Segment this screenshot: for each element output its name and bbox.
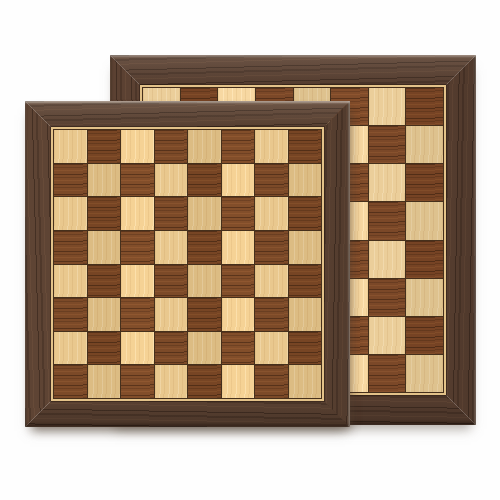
front-board-frame-top bbox=[25, 101, 350, 129]
board-square bbox=[188, 265, 221, 298]
board-square bbox=[155, 231, 188, 264]
board-square bbox=[289, 265, 322, 298]
board-square bbox=[54, 164, 87, 197]
board-square bbox=[88, 298, 121, 331]
front-board-playfield bbox=[51, 127, 324, 401]
board-square bbox=[222, 298, 255, 331]
board-square bbox=[369, 279, 406, 316]
board-square bbox=[406, 88, 443, 125]
board-square bbox=[54, 265, 87, 298]
front-board-frame-left bbox=[25, 101, 53, 427]
board-square bbox=[255, 130, 288, 163]
board-square bbox=[406, 164, 443, 201]
board-square bbox=[255, 197, 288, 230]
board-square bbox=[155, 164, 188, 197]
board-square bbox=[222, 265, 255, 298]
board-square bbox=[369, 355, 406, 392]
board-square bbox=[369, 164, 406, 201]
board-square bbox=[88, 265, 121, 298]
board-square bbox=[188, 164, 221, 197]
board-square bbox=[54, 298, 87, 331]
board-square bbox=[121, 332, 154, 365]
board-square bbox=[188, 365, 221, 398]
board-square bbox=[222, 197, 255, 230]
board-square bbox=[88, 365, 121, 398]
back-board-frame-top bbox=[110, 55, 476, 87]
board-square bbox=[155, 197, 188, 230]
board-square bbox=[406, 202, 443, 239]
board-square bbox=[369, 202, 406, 239]
front-board-frame-bottom bbox=[25, 399, 350, 427]
board-square bbox=[222, 130, 255, 163]
back-board-frame-right bbox=[444, 55, 476, 425]
board-square bbox=[369, 317, 406, 354]
board-square bbox=[222, 231, 255, 264]
board-square bbox=[121, 130, 154, 163]
board-square bbox=[121, 197, 154, 230]
board-square bbox=[406, 355, 443, 392]
board-square bbox=[155, 298, 188, 331]
board-square bbox=[255, 231, 288, 264]
board-square bbox=[289, 164, 322, 197]
front-chessboard bbox=[25, 101, 350, 427]
board-square bbox=[88, 197, 121, 230]
board-square bbox=[255, 298, 288, 331]
board-square bbox=[406, 279, 443, 316]
board-square bbox=[155, 332, 188, 365]
board-square bbox=[121, 164, 154, 197]
board-square bbox=[88, 130, 121, 163]
board-square bbox=[54, 197, 87, 230]
board-square bbox=[54, 365, 87, 398]
board-square bbox=[121, 298, 154, 331]
board-square bbox=[289, 130, 322, 163]
board-square bbox=[188, 197, 221, 230]
board-square bbox=[289, 197, 322, 230]
board-square bbox=[406, 126, 443, 163]
board-square bbox=[188, 332, 221, 365]
board-square bbox=[406, 317, 443, 354]
board-square bbox=[54, 130, 87, 163]
board-square bbox=[54, 332, 87, 365]
board-square bbox=[188, 231, 221, 264]
board-square bbox=[222, 164, 255, 197]
board-square bbox=[406, 241, 443, 278]
board-square bbox=[222, 332, 255, 365]
board-square bbox=[155, 130, 188, 163]
board-square bbox=[121, 231, 154, 264]
scene bbox=[0, 0, 500, 500]
board-square bbox=[188, 130, 221, 163]
board-square bbox=[369, 241, 406, 278]
board-square bbox=[289, 298, 322, 331]
board-square bbox=[289, 365, 322, 398]
board-square bbox=[369, 126, 406, 163]
board-square bbox=[121, 265, 154, 298]
front-board-frame-right bbox=[322, 101, 350, 427]
board-square bbox=[155, 365, 188, 398]
board-square bbox=[88, 231, 121, 264]
board-square bbox=[155, 265, 188, 298]
board-square bbox=[255, 265, 288, 298]
board-square bbox=[222, 365, 255, 398]
board-square bbox=[255, 332, 288, 365]
board-square bbox=[289, 231, 322, 264]
board-square bbox=[255, 365, 288, 398]
board-square bbox=[369, 88, 406, 125]
board-square bbox=[289, 332, 322, 365]
board-square bbox=[121, 365, 154, 398]
board-square bbox=[54, 231, 87, 264]
board-square bbox=[188, 298, 221, 331]
board-square bbox=[88, 164, 121, 197]
board-square bbox=[88, 332, 121, 365]
board-square bbox=[255, 164, 288, 197]
